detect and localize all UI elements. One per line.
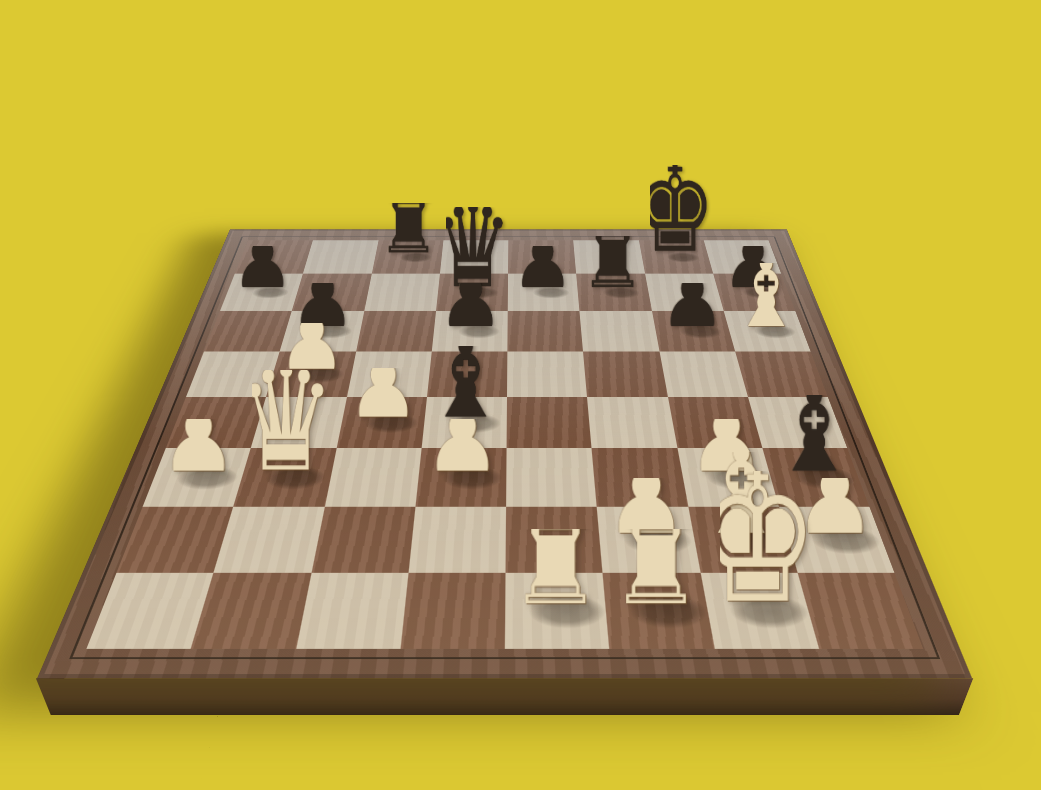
piece-black-rook-c8[interactable]: ♜ [378,203,438,256]
piece-black-pawn-a7[interactable]: ♟ [232,246,293,291]
white-king-glyph: ♚ [696,466,818,609]
piece-white-pawn-d3[interactable]: ♟ [424,419,500,476]
piece-black-pawn-e7[interactable]: ♟ [512,246,573,291]
square-b2[interactable] [214,506,325,572]
square-c1[interactable] [296,573,409,649]
square-e4[interactable] [507,397,592,448]
square-c2[interactable] [311,506,415,572]
square-f6[interactable] [580,310,659,351]
piece-white-rook-f1[interactable]: ♜ [611,529,702,609]
piece-white-king-g1[interactable]: ♚ [719,471,795,609]
piece-black-pawn-g6[interactable]: ♟ [660,283,724,331]
black-pawn-glyph: ♟ [232,229,293,292]
piece-white-rook-e1[interactable]: ♜ [510,529,601,609]
black-rook-glyph: ♜ [580,226,646,291]
chess-board: ♜♜♚♟♝♟♟♛♟♟♝♟♝♟♟♟♟♝♟♛♟♜♟♜♚ [37,229,972,678]
white-rook-glyph: ♜ [508,515,603,609]
piece-black-rook-f7[interactable]: ♜ [581,236,644,292]
square-c3[interactable] [324,448,421,506]
square-f5[interactable] [583,351,667,397]
piece-white-pawn-c4[interactable]: ♟ [347,368,419,422]
square-e5[interactable] [507,351,587,397]
square-d1[interactable] [400,573,505,649]
piece-white-queen-b3[interactable]: ♛ [252,370,320,476]
square-e6[interactable] [507,310,583,351]
white-pawn-glyph: ♟ [424,398,501,477]
white-bishop-glyph: ♝ [731,256,801,331]
piece-white-pawn-a3[interactable]: ♟ [160,419,236,476]
white-pawn-glyph: ♟ [160,398,237,477]
board-front-edge [36,678,974,715]
square-c7[interactable] [364,274,440,311]
white-pawn-glyph: ♟ [347,348,419,422]
app-background: ♜♜♚♟♝♟♟♛♟♟♝♟♝♟♟♟♟♝♟♛♟♜♟♜♚ [0,0,1041,790]
black-rook-glyph: ♜ [377,194,440,256]
white-rook-glyph: ♜ [609,515,704,609]
black-pawn-glyph: ♟ [660,264,724,330]
piece-white-bishop-h6[interactable]: ♝ [735,262,797,330]
piece-black-king-g8[interactable]: ♚ [650,165,700,256]
black-pawn-glyph: ♟ [512,229,573,292]
white-queen-glyph: ♛ [237,364,336,477]
black-king-glyph: ♚ [635,162,715,257]
board-scene: ♜♜♚♟♝♟♟♛♟♟♝♟♝♟♟♟♟♝♟♛♟♜♟♜♚ [158,48,856,746]
square-d2[interactable] [408,506,506,572]
